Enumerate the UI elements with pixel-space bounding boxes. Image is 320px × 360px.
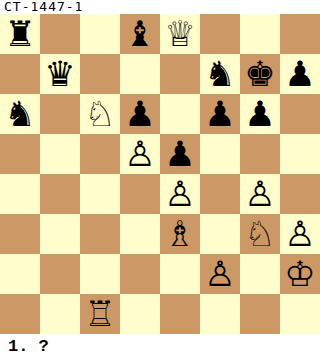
square-a8[interactable]: ♜ bbox=[0, 14, 40, 54]
square-h1[interactable] bbox=[280, 294, 320, 334]
square-b3[interactable] bbox=[40, 214, 80, 254]
square-b6[interactable] bbox=[40, 94, 80, 134]
square-b2[interactable] bbox=[40, 254, 80, 294]
square-e7[interactable] bbox=[160, 54, 200, 94]
piece-white-pawn: ♙ bbox=[244, 174, 275, 214]
square-g3[interactable]: ♘ bbox=[240, 214, 280, 254]
square-b4[interactable] bbox=[40, 174, 80, 214]
square-f2[interactable]: ♙ bbox=[200, 254, 240, 294]
square-a6[interactable]: ♞ bbox=[0, 94, 40, 134]
square-c3[interactable] bbox=[80, 214, 120, 254]
square-h5[interactable] bbox=[280, 134, 320, 174]
square-e5[interactable]: ♟ bbox=[160, 134, 200, 174]
square-b7[interactable]: ♛ bbox=[40, 54, 80, 94]
piece-white-bishop: ♗ bbox=[164, 214, 195, 254]
square-d4[interactable] bbox=[120, 174, 160, 214]
piece-black-queen: ♛ bbox=[44, 54, 75, 94]
piece-white-pawn: ♙ bbox=[164, 174, 195, 214]
square-e1[interactable] bbox=[160, 294, 200, 334]
square-e4[interactable]: ♙ bbox=[160, 174, 200, 214]
puzzle-title: CT-1447-1 bbox=[0, 0, 320, 14]
piece-black-pawn: ♟ bbox=[284, 54, 315, 94]
square-a7[interactable] bbox=[0, 54, 40, 94]
square-f1[interactable] bbox=[200, 294, 240, 334]
piece-white-queen: ♕ bbox=[164, 14, 195, 54]
square-f6[interactable]: ♟ bbox=[200, 94, 240, 134]
square-h4[interactable] bbox=[280, 174, 320, 214]
piece-white-pawn: ♙ bbox=[204, 254, 235, 294]
square-b1[interactable] bbox=[40, 294, 80, 334]
square-d3[interactable] bbox=[120, 214, 160, 254]
square-a1[interactable] bbox=[0, 294, 40, 334]
square-f4[interactable] bbox=[200, 174, 240, 214]
piece-white-pawn: ♙ bbox=[284, 214, 315, 254]
square-f7[interactable]: ♞ bbox=[200, 54, 240, 94]
piece-white-rook: ♖ bbox=[84, 294, 115, 334]
move-prompt: 1. ? bbox=[0, 334, 320, 360]
square-e3[interactable]: ♗ bbox=[160, 214, 200, 254]
square-e8[interactable]: ♕ bbox=[160, 14, 200, 54]
square-c5[interactable] bbox=[80, 134, 120, 174]
square-h6[interactable] bbox=[280, 94, 320, 134]
square-h2[interactable]: ♔ bbox=[280, 254, 320, 294]
square-c1[interactable]: ♖ bbox=[80, 294, 120, 334]
piece-black-pawn: ♟ bbox=[204, 94, 235, 134]
square-h8[interactable] bbox=[280, 14, 320, 54]
piece-black-knight: ♞ bbox=[4, 94, 35, 134]
square-b8[interactable] bbox=[40, 14, 80, 54]
piece-black-pawn: ♟ bbox=[244, 94, 275, 134]
square-d1[interactable] bbox=[120, 294, 160, 334]
square-c7[interactable] bbox=[80, 54, 120, 94]
square-c8[interactable] bbox=[80, 14, 120, 54]
square-d5[interactable]: ♙ bbox=[120, 134, 160, 174]
square-b5[interactable] bbox=[40, 134, 80, 174]
piece-black-pawn: ♟ bbox=[124, 94, 155, 134]
piece-white-pawn: ♙ bbox=[124, 134, 155, 174]
square-g4[interactable]: ♙ bbox=[240, 174, 280, 214]
square-h7[interactable]: ♟ bbox=[280, 54, 320, 94]
square-e6[interactable] bbox=[160, 94, 200, 134]
square-c6[interactable]: ♘ bbox=[80, 94, 120, 134]
square-f8[interactable] bbox=[200, 14, 240, 54]
square-f5[interactable] bbox=[200, 134, 240, 174]
square-a3[interactable] bbox=[0, 214, 40, 254]
square-c2[interactable] bbox=[80, 254, 120, 294]
piece-white-knight: ♘ bbox=[84, 94, 115, 134]
square-g2[interactable] bbox=[240, 254, 280, 294]
square-d7[interactable] bbox=[120, 54, 160, 94]
piece-black-king: ♚ bbox=[244, 54, 275, 94]
piece-white-knight: ♘ bbox=[244, 214, 275, 254]
square-a5[interactable] bbox=[0, 134, 40, 174]
puzzle-page: CT-1447-1 ♜♝♕♛♞♚♟♞♘♟♟♟♙♟♙♙♗♘♙♙♔♖ 1. ? bbox=[0, 0, 320, 360]
square-d6[interactable]: ♟ bbox=[120, 94, 160, 134]
square-f3[interactable] bbox=[200, 214, 240, 254]
square-a2[interactable] bbox=[0, 254, 40, 294]
square-h3[interactable]: ♙ bbox=[280, 214, 320, 254]
piece-black-bishop: ♝ bbox=[124, 14, 155, 54]
square-g5[interactable] bbox=[240, 134, 280, 174]
square-e2[interactable] bbox=[160, 254, 200, 294]
piece-black-knight: ♞ bbox=[204, 54, 235, 94]
square-g6[interactable]: ♟ bbox=[240, 94, 280, 134]
square-d2[interactable] bbox=[120, 254, 160, 294]
square-g1[interactable] bbox=[240, 294, 280, 334]
square-c4[interactable] bbox=[80, 174, 120, 214]
piece-black-rook: ♜ bbox=[4, 14, 35, 54]
square-g8[interactable] bbox=[240, 14, 280, 54]
square-a4[interactable] bbox=[0, 174, 40, 214]
square-d8[interactable]: ♝ bbox=[120, 14, 160, 54]
square-g7[interactable]: ♚ bbox=[240, 54, 280, 94]
chess-board: ♜♝♕♛♞♚♟♞♘♟♟♟♙♟♙♙♗♘♙♙♔♖ bbox=[0, 14, 320, 334]
piece-white-king: ♔ bbox=[284, 254, 315, 294]
piece-black-pawn: ♟ bbox=[164, 134, 195, 174]
